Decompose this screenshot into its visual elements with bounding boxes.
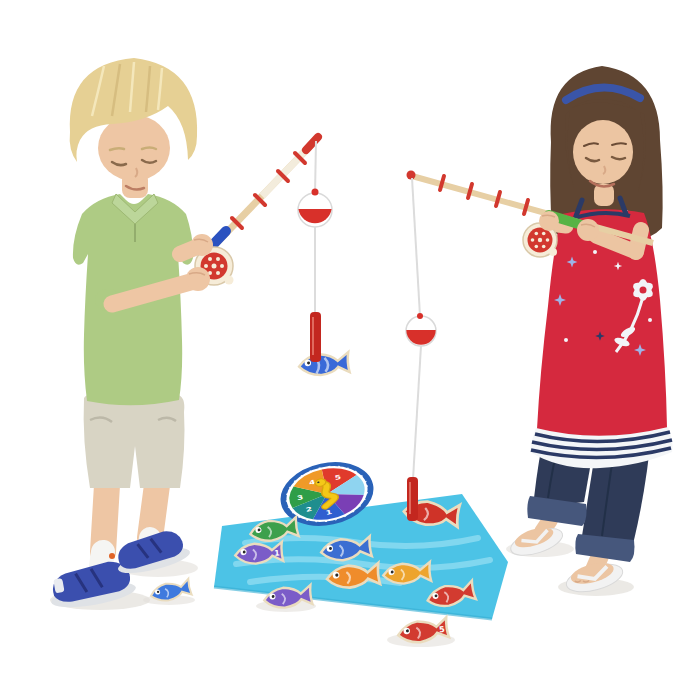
- girl-reel-crank: [549, 248, 557, 256]
- boy-reel-crank: [225, 276, 234, 285]
- boy-bobber[interactable]: [298, 189, 332, 228]
- boy-shorts: [84, 394, 185, 489]
- fish-caught-by-boy[interactable]: [298, 352, 349, 376]
- girl-fishing-line[interactable]: [403, 178, 460, 528]
- boy-fishing-line[interactable]: [298, 141, 350, 377]
- boy-sock-tab: [109, 553, 115, 559]
- girl-rod-tip: [407, 171, 416, 180]
- boy-lower-hand: [186, 267, 210, 291]
- svg-text:1: 1: [274, 548, 280, 557]
- boy-upper-hand: [191, 234, 213, 256]
- girl-bobber[interactable]: [406, 313, 436, 346]
- fishing-game-photo: Product photograph on a plain white back…: [0, 0, 700, 700]
- scene-canvas: Product photograph on a plain white back…: [0, 0, 700, 700]
- boy-magnet-lure[interactable]: [310, 312, 321, 362]
- girl-right-hand: [539, 211, 559, 231]
- boy-head: [70, 58, 197, 190]
- girl-face: [573, 120, 633, 184]
- girl-left-hand: [577, 219, 599, 241]
- boy-face: [98, 115, 170, 181]
- girl-magnet-lure[interactable]: [407, 477, 418, 521]
